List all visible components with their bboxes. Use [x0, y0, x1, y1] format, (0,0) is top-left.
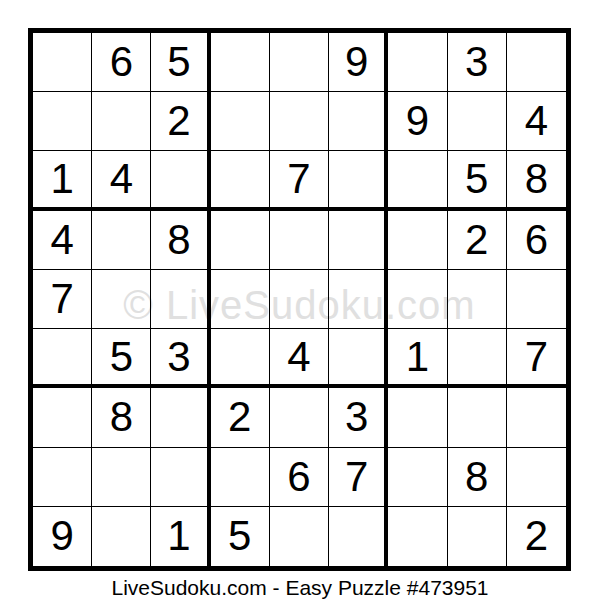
cell-r6c5: 4 [270, 329, 329, 388]
cell-r8c3[interactable] [151, 448, 210, 507]
cell-r1c7[interactable] [388, 33, 447, 92]
cell-r2c2[interactable] [92, 92, 151, 151]
cell-r8c2[interactable] [92, 448, 151, 507]
cell-r3c7[interactable] [388, 151, 447, 210]
cell-r9c4: 5 [211, 507, 270, 566]
cell-r8c1[interactable] [33, 448, 92, 507]
cell-r5c3[interactable] [151, 270, 210, 329]
cell-r9c7[interactable] [388, 507, 447, 566]
cell-r6c8[interactable] [448, 329, 507, 388]
cell-r8c8: 8 [448, 448, 507, 507]
sudoku-page: © LiveSudoku.com 65932941475848267534178… [0, 0, 600, 615]
cell-r3c5: 7 [270, 151, 329, 210]
cell-r4c7[interactable] [388, 211, 447, 270]
cell-r9c9: 2 [507, 507, 566, 566]
cell-r6c2: 5 [92, 329, 151, 388]
cell-r2c4[interactable] [211, 92, 270, 151]
puzzle-caption: LiveSudoku.com - Easy Puzzle #473951 [0, 576, 600, 600]
cell-r7c8[interactable] [448, 388, 507, 447]
cell-r1c2: 6 [92, 33, 151, 92]
cell-r3c2: 4 [92, 151, 151, 210]
cell-r5c6[interactable] [329, 270, 388, 329]
cell-r5c4[interactable] [211, 270, 270, 329]
cell-r1c8: 3 [448, 33, 507, 92]
cell-r7c4: 2 [211, 388, 270, 447]
cell-r6c4[interactable] [211, 329, 270, 388]
cell-r4c9: 6 [507, 211, 566, 270]
cell-r8c4[interactable] [211, 448, 270, 507]
cell-r7c3[interactable] [151, 388, 210, 447]
cell-r4c5[interactable] [270, 211, 329, 270]
cell-r2c9: 4 [507, 92, 566, 151]
cell-r7c1[interactable] [33, 388, 92, 447]
cell-r4c4[interactable] [211, 211, 270, 270]
cell-r2c3: 2 [151, 92, 210, 151]
cell-r6c9: 7 [507, 329, 566, 388]
cell-r2c5[interactable] [270, 92, 329, 151]
cell-r4c8: 2 [448, 211, 507, 270]
cell-r9c5[interactable] [270, 507, 329, 566]
cell-r5c8[interactable] [448, 270, 507, 329]
cell-r5c9[interactable] [507, 270, 566, 329]
cell-r3c4[interactable] [211, 151, 270, 210]
cell-r7c5[interactable] [270, 388, 329, 447]
cell-r9c8[interactable] [448, 507, 507, 566]
cell-r9c2[interactable] [92, 507, 151, 566]
cell-r7c7[interactable] [388, 388, 447, 447]
cell-r6c3: 3 [151, 329, 210, 388]
cell-r6c1[interactable] [33, 329, 92, 388]
cell-r2c1[interactable] [33, 92, 92, 151]
cell-r2c8[interactable] [448, 92, 507, 151]
cell-r9c1: 9 [33, 507, 92, 566]
cell-r8c6: 7 [329, 448, 388, 507]
cell-r1c9[interactable] [507, 33, 566, 92]
cell-r3c6[interactable] [329, 151, 388, 210]
cell-r2c7: 9 [388, 92, 447, 151]
cell-r1c4[interactable] [211, 33, 270, 92]
cell-r6c7: 1 [388, 329, 447, 388]
cell-r7c2: 8 [92, 388, 151, 447]
cell-r4c2[interactable] [92, 211, 151, 270]
cell-r3c8: 5 [448, 151, 507, 210]
cell-r3c1: 1 [33, 151, 92, 210]
cell-r5c5[interactable] [270, 270, 329, 329]
cell-r3c9: 8 [507, 151, 566, 210]
cell-r1c5[interactable] [270, 33, 329, 92]
cell-r4c1: 4 [33, 211, 92, 270]
cell-r9c6[interactable] [329, 507, 388, 566]
cell-r6c6[interactable] [329, 329, 388, 388]
cell-r4c6[interactable] [329, 211, 388, 270]
cell-r8c5: 6 [270, 448, 329, 507]
cell-r1c6: 9 [329, 33, 388, 92]
cell-r1c3: 5 [151, 33, 210, 92]
cell-r1c1[interactable] [33, 33, 92, 92]
cell-r3c3[interactable] [151, 151, 210, 210]
cell-r5c7[interactable] [388, 270, 447, 329]
cell-r7c6: 3 [329, 388, 388, 447]
cell-r2c6[interactable] [329, 92, 388, 151]
cell-r5c1: 7 [33, 270, 92, 329]
cell-r8c9[interactable] [507, 448, 566, 507]
cell-r8c7[interactable] [388, 448, 447, 507]
cell-r7c9[interactable] [507, 388, 566, 447]
sudoku-board: © LiveSudoku.com 65932941475848267534178… [28, 28, 571, 571]
cell-r5c2[interactable] [92, 270, 151, 329]
cell-r9c3: 1 [151, 507, 210, 566]
cell-r4c3: 8 [151, 211, 210, 270]
